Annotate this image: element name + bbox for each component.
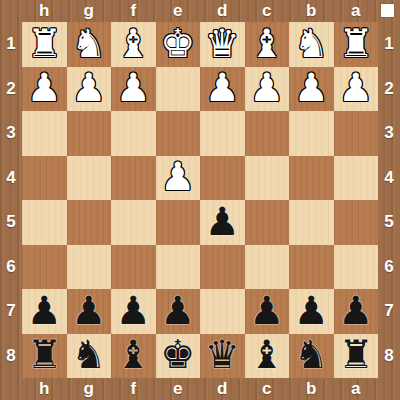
white-rook-h1[interactable]: ♜ [27,24,62,63]
black-pawn-b7[interactable]: ♟ [294,291,329,330]
white-knight-b1[interactable]: ♞ [294,24,329,63]
white-pawn-f2[interactable]: ♟ [116,68,151,107]
square-c6[interactable] [245,245,290,290]
file-label-f: f [111,0,156,22]
square-e6[interactable] [156,245,201,290]
square-g5[interactable] [67,200,112,245]
white-pawn-d2[interactable]: ♟ [205,68,240,107]
square-e2[interactable] [156,67,201,112]
square-c3[interactable] [245,111,290,156]
square-f3[interactable] [111,111,156,156]
file-label-h: h [22,378,67,400]
white-queen-d1[interactable]: ♛ [205,24,240,63]
rank-label-1: 1 [378,22,400,67]
file-label-c: c [245,0,290,22]
chess-board-widget: hgfedcba 12345678 12345678 hgfedcba ♜♞♝♚… [0,0,400,400]
rank-label-2: 2 [0,67,22,112]
square-c1[interactable]: ♝ [245,22,290,67]
black-pawn-f7[interactable]: ♟ [116,291,151,330]
square-b3[interactable] [289,111,334,156]
square-h3[interactable] [22,111,67,156]
black-bishop-f8[interactable]: ♝ [116,335,151,374]
square-g1[interactable]: ♞ [67,22,112,67]
square-d8[interactable]: ♛ [200,334,245,379]
square-c5[interactable] [245,200,290,245]
rank-label-4: 4 [378,156,400,201]
square-c7[interactable]: ♟ [245,289,290,334]
square-c8[interactable]: ♝ [245,334,290,379]
rank-label-2: 2 [378,67,400,112]
square-f8[interactable]: ♝ [111,334,156,379]
square-d2[interactable]: ♟ [200,67,245,112]
square-h1[interactable]: ♜ [22,22,67,67]
square-d4[interactable] [200,156,245,201]
white-king-e1[interactable]: ♚ [160,24,195,63]
rank-label-3: 3 [378,111,400,156]
square-g2[interactable]: ♟ [67,67,112,112]
square-a1[interactable]: ♜ [334,22,379,67]
rank-label-5: 5 [378,200,400,245]
file-label-e: e [156,378,201,400]
rank-label-7: 7 [378,289,400,334]
square-b5[interactable] [289,200,334,245]
file-label-c: c [245,378,290,400]
board: ♜♞♝♚♛♝♞♜♟♟♟♟♟♟♟♟♟♟♟♟♟♟♟♟♜♞♝♚♛♝♞♜ [22,22,378,378]
square-f2[interactable]: ♟ [111,67,156,112]
file-label-f: f [111,378,156,400]
square-a3[interactable] [334,111,379,156]
black-pawn-a7[interactable]: ♟ [338,291,373,330]
file-labels-bottom: hgfedcba [22,378,378,400]
square-h2[interactable]: ♟ [22,67,67,112]
rank-label-7: 7 [0,289,22,334]
black-queen-d8[interactable]: ♛ [205,335,240,374]
square-g3[interactable] [67,111,112,156]
white-knight-g1[interactable]: ♞ [71,24,106,63]
white-pawn-a2[interactable]: ♟ [338,68,373,107]
rank-labels-left: 12345678 [0,22,22,378]
square-f6[interactable] [111,245,156,290]
square-e8[interactable]: ♚ [156,334,201,379]
black-rook-h8[interactable]: ♜ [27,335,62,374]
square-d5[interactable]: ♟ [200,200,245,245]
white-pawn-b2[interactable]: ♟ [294,68,329,107]
file-label-d: d [200,378,245,400]
black-king-e8[interactable]: ♚ [160,335,195,374]
square-a6[interactable] [334,245,379,290]
square-a7[interactable]: ♟ [334,289,379,334]
file-label-a: a [334,378,379,400]
square-h5[interactable] [22,200,67,245]
square-d6[interactable] [200,245,245,290]
rank-label-8: 8 [378,334,400,379]
square-a5[interactable] [334,200,379,245]
white-pawn-e4[interactable]: ♟ [160,157,195,196]
square-b7[interactable]: ♟ [289,289,334,334]
white-rook-a1[interactable]: ♜ [338,24,373,63]
file-label-d: d [200,0,245,22]
square-h4[interactable] [22,156,67,201]
square-c2[interactable]: ♟ [245,67,290,112]
black-pawn-e7[interactable]: ♟ [160,291,195,330]
black-pawn-g7[interactable]: ♟ [71,291,106,330]
white-to-move-indicator [381,4,394,17]
black-knight-g8[interactable]: ♞ [71,335,106,374]
file-label-g: g [67,378,112,400]
rank-labels-right: 12345678 [378,22,400,378]
white-pawn-h2[interactable]: ♟ [27,68,62,107]
rank-label-6: 6 [378,245,400,290]
white-pawn-c2[interactable]: ♟ [249,68,284,107]
file-label-b: b [289,0,334,22]
file-label-b: b [289,378,334,400]
square-a2[interactable]: ♟ [334,67,379,112]
file-label-e: e [156,0,201,22]
square-b1[interactable]: ♞ [289,22,334,67]
square-d1[interactable]: ♛ [200,22,245,67]
white-bishop-f1[interactable]: ♝ [116,24,151,63]
square-d7[interactable] [200,289,245,334]
rank-label-3: 3 [0,111,22,156]
rank-label-6: 6 [0,245,22,290]
square-h8[interactable]: ♜ [22,334,67,379]
square-h6[interactable] [22,245,67,290]
square-d3[interactable] [200,111,245,156]
square-e5[interactable] [156,200,201,245]
black-pawn-c7[interactable]: ♟ [249,291,284,330]
black-rook-a8[interactable]: ♜ [338,335,373,374]
rank-label-8: 8 [0,334,22,379]
square-g8[interactable]: ♞ [67,334,112,379]
square-b4[interactable] [289,156,334,201]
square-f7[interactable]: ♟ [111,289,156,334]
square-f4[interactable] [111,156,156,201]
square-b8[interactable]: ♞ [289,334,334,379]
square-f5[interactable] [111,200,156,245]
black-bishop-c8[interactable]: ♝ [249,335,284,374]
square-a4[interactable] [334,156,379,201]
file-labels-top: hgfedcba [22,0,378,22]
rank-label-5: 5 [0,200,22,245]
file-label-a: a [334,0,379,22]
black-pawn-d5[interactable]: ♟ [205,202,240,241]
square-g4[interactable] [67,156,112,201]
black-pawn-h7[interactable]: ♟ [27,291,62,330]
square-e1[interactable]: ♚ [156,22,201,67]
file-label-g: g [67,0,112,22]
black-knight-b8[interactable]: ♞ [294,335,329,374]
rank-label-4: 4 [0,156,22,201]
square-c4[interactable] [245,156,290,201]
square-h7[interactable]: ♟ [22,289,67,334]
square-f1[interactable]: ♝ [111,22,156,67]
square-e7[interactable]: ♟ [156,289,201,334]
square-e3[interactable] [156,111,201,156]
square-g7[interactable]: ♟ [67,289,112,334]
square-b2[interactable]: ♟ [289,67,334,112]
white-pawn-g2[interactable]: ♟ [71,68,106,107]
file-label-h: h [22,0,67,22]
square-a8[interactable]: ♜ [334,334,379,379]
square-g6[interactable] [67,245,112,290]
square-e4[interactable]: ♟ [156,156,201,201]
white-bishop-c1[interactable]: ♝ [249,24,284,63]
square-b6[interactable] [289,245,334,290]
rank-label-1: 1 [0,22,22,67]
